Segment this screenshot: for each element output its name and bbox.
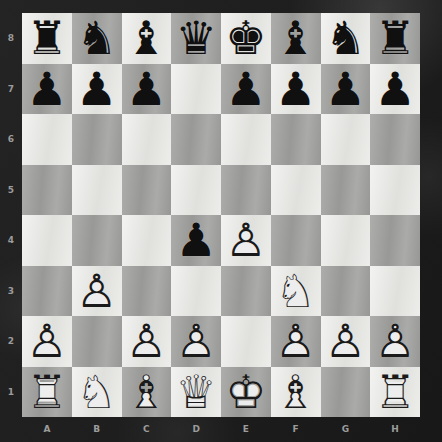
- piece-glyph-outline: ♙: [223, 217, 269, 263]
- square-g6[interactable]: [321, 114, 371, 165]
- square-d1[interactable]: ♛♕: [171, 367, 221, 418]
- piece-black-rook: ♜: [372, 15, 418, 61]
- piece-black-king: ♚: [223, 15, 269, 61]
- piece-glyph-fill: ♞: [322, 15, 368, 61]
- piece-glyph-outline: ♘: [273, 268, 319, 314]
- square-g8[interactable]: ♞: [321, 13, 371, 64]
- square-c4[interactable]: [122, 215, 172, 266]
- square-b7[interactable]: ♟: [72, 64, 122, 115]
- piece-glyph-fill: ♞: [74, 15, 120, 61]
- piece-black-pawn: ♟: [273, 66, 319, 112]
- square-d8[interactable]: ♛: [171, 13, 221, 64]
- piece-black-rook: ♜: [24, 15, 70, 61]
- square-e7[interactable]: ♟: [221, 64, 271, 115]
- file-label-c: C: [122, 417, 172, 442]
- piece-glyph-outline: ♕: [173, 369, 219, 415]
- piece-black-pawn: ♟: [173, 217, 219, 263]
- piece-glyph-outline: ♖: [372, 369, 418, 415]
- board: ♜♞♝♛♚♝♞♜♟♟♟♟♟♟♟♟♟♙♟♙♞♘♟♙♟♙♟♙♟♙♟♙♟♙♜♖♞♘♝♗…: [22, 13, 420, 417]
- file-label-g: G: [321, 417, 371, 442]
- square-a3[interactable]: [22, 266, 72, 317]
- piece-glyph-outline: ♙: [372, 318, 418, 364]
- piece-black-pawn: ♟: [24, 66, 70, 112]
- piece-black-bishop: ♝: [273, 15, 319, 61]
- square-f1[interactable]: ♝♗: [271, 367, 321, 418]
- file-label-a: A: [22, 417, 72, 442]
- square-g3[interactable]: [321, 266, 371, 317]
- piece-glyph-outline: ♙: [123, 318, 169, 364]
- square-a1[interactable]: ♜♖: [22, 367, 72, 418]
- square-e5[interactable]: [221, 165, 271, 216]
- square-h2[interactable]: ♟♙: [370, 316, 420, 367]
- piece-glyph-outline: ♗: [273, 369, 319, 415]
- square-f8[interactable]: ♝: [271, 13, 321, 64]
- piece-glyph-fill: ♟: [173, 217, 219, 263]
- square-c1[interactable]: ♝♗: [122, 367, 172, 418]
- square-f6[interactable]: [271, 114, 321, 165]
- file-label-e: E: [221, 417, 271, 442]
- piece-white-bishop: ♝♗: [273, 369, 319, 415]
- file-label-b: B: [72, 417, 122, 442]
- square-e2[interactable]: [221, 316, 271, 367]
- square-a4[interactable]: [22, 215, 72, 266]
- square-d3[interactable]: [171, 266, 221, 317]
- piece-white-knight: ♞♘: [273, 268, 319, 314]
- piece-glyph-fill: ♝: [123, 15, 169, 61]
- square-f7[interactable]: ♟: [271, 64, 321, 115]
- file-label-d: D: [171, 417, 221, 442]
- square-b4[interactable]: [72, 215, 122, 266]
- rank-label-2: 2: [0, 316, 22, 367]
- square-c5[interactable]: [122, 165, 172, 216]
- square-d2[interactable]: ♟♙: [171, 316, 221, 367]
- square-d4[interactable]: ♟: [171, 215, 221, 266]
- piece-black-knight: ♞: [74, 15, 120, 61]
- rank-label-3: 3: [0, 266, 22, 317]
- piece-black-pawn: ♟: [322, 66, 368, 112]
- piece-black-pawn: ♟: [223, 66, 269, 112]
- piece-white-bishop: ♝♗: [123, 369, 169, 415]
- rank-label-7: 7: [0, 64, 22, 115]
- square-h5[interactable]: [370, 165, 420, 216]
- piece-black-bishop: ♝: [123, 15, 169, 61]
- square-b2[interactable]: [72, 316, 122, 367]
- piece-white-pawn: ♟♙: [273, 318, 319, 364]
- square-f2[interactable]: ♟♙: [271, 316, 321, 367]
- file-label-h: H: [370, 417, 420, 442]
- piece-glyph-fill: ♜: [372, 15, 418, 61]
- square-g2[interactable]: ♟♙: [321, 316, 371, 367]
- square-g4[interactable]: [321, 215, 371, 266]
- piece-glyph-outline: ♙: [74, 268, 120, 314]
- square-d5[interactable]: [171, 165, 221, 216]
- square-c2[interactable]: ♟♙: [122, 316, 172, 367]
- square-f3[interactable]: ♞♘: [271, 266, 321, 317]
- piece-black-queen: ♛: [173, 15, 219, 61]
- piece-glyph-outline: ♙: [173, 318, 219, 364]
- piece-glyph-fill: ♟: [273, 66, 319, 112]
- piece-white-queen: ♛♕: [173, 369, 219, 415]
- chess-diagram: 87654321 ♜♞♝♛♚♝♞♜♟♟♟♟♟♟♟♟♟♙♟♙♞♘♟♙♟♙♟♙♟♙♟…: [0, 0, 442, 442]
- square-e3[interactable]: [221, 266, 271, 317]
- square-h8[interactable]: ♜: [370, 13, 420, 64]
- piece-white-king: ♚♔: [223, 369, 269, 415]
- piece-white-pawn: ♟♙: [223, 217, 269, 263]
- rank-label-6: 6: [0, 114, 22, 165]
- file-label-f: F: [271, 417, 321, 442]
- rank-label-1: 1: [0, 367, 22, 418]
- square-a2[interactable]: ♟♙: [22, 316, 72, 367]
- square-g1[interactable]: [321, 367, 371, 418]
- square-h6[interactable]: [370, 114, 420, 165]
- piece-glyph-outline: ♘: [74, 369, 120, 415]
- piece-white-pawn: ♟♙: [74, 268, 120, 314]
- square-d6[interactable]: [171, 114, 221, 165]
- square-e6[interactable]: [221, 114, 271, 165]
- rank-label-4: 4: [0, 215, 22, 266]
- piece-white-pawn: ♟♙: [24, 318, 70, 364]
- square-h7[interactable]: ♟: [370, 64, 420, 115]
- square-b6[interactable]: [72, 114, 122, 165]
- piece-white-rook: ♜♖: [24, 369, 70, 415]
- piece-white-pawn: ♟♙: [372, 318, 418, 364]
- piece-glyph-fill: ♟: [74, 66, 120, 112]
- square-g7[interactable]: ♟: [321, 64, 371, 115]
- rank-label-5: 5: [0, 165, 22, 216]
- square-f5[interactable]: [271, 165, 321, 216]
- piece-glyph-outline: ♖: [24, 369, 70, 415]
- square-b3[interactable]: ♟♙: [72, 266, 122, 317]
- piece-glyph-fill: ♟: [372, 66, 418, 112]
- square-b8[interactable]: ♞: [72, 13, 122, 64]
- piece-black-pawn: ♟: [123, 66, 169, 112]
- square-a7[interactable]: ♟: [22, 64, 72, 115]
- square-e8[interactable]: ♚: [221, 13, 271, 64]
- piece-glyph-outline: ♙: [24, 318, 70, 364]
- piece-glyph-fill: ♟: [123, 66, 169, 112]
- square-b1[interactable]: ♞♘: [72, 367, 122, 418]
- piece-white-pawn: ♟♙: [123, 318, 169, 364]
- square-h3[interactable]: [370, 266, 420, 317]
- piece-glyph-fill: ♟: [223, 66, 269, 112]
- piece-glyph-outline: ♗: [123, 369, 169, 415]
- square-b5[interactable]: [72, 165, 122, 216]
- piece-black-pawn: ♟: [372, 66, 418, 112]
- piece-glyph-fill: ♚: [223, 15, 269, 61]
- square-c8[interactable]: ♝: [122, 13, 172, 64]
- rank-label-8: 8: [0, 13, 22, 64]
- piece-white-rook: ♜♖: [372, 369, 418, 415]
- square-c3[interactable]: [122, 266, 172, 317]
- rank-labels: 87654321: [0, 13, 22, 417]
- square-h4[interactable]: [370, 215, 420, 266]
- square-d7[interactable]: [171, 64, 221, 115]
- square-a5[interactable]: [22, 165, 72, 216]
- square-c7[interactable]: ♟: [122, 64, 172, 115]
- piece-white-pawn: ♟♙: [322, 318, 368, 364]
- square-e4[interactable]: ♟♙: [221, 215, 271, 266]
- file-labels: ABCDEFGH: [22, 417, 420, 442]
- piece-glyph-fill: ♜: [24, 15, 70, 61]
- piece-glyph-fill: ♟: [322, 66, 368, 112]
- piece-glyph-outline: ♔: [223, 369, 269, 415]
- piece-white-knight: ♞♘: [74, 369, 120, 415]
- square-f4[interactable]: [271, 215, 321, 266]
- piece-glyph-fill: ♛: [173, 15, 219, 61]
- square-g5[interactable]: [321, 165, 371, 216]
- piece-glyph-fill: ♝: [273, 15, 319, 61]
- square-a6[interactable]: [22, 114, 72, 165]
- piece-glyph-outline: ♙: [322, 318, 368, 364]
- piece-glyph-fill: ♟: [24, 66, 70, 112]
- square-c6[interactable]: [122, 114, 172, 165]
- piece-black-pawn: ♟: [74, 66, 120, 112]
- square-h1[interactable]: ♜♖: [370, 367, 420, 418]
- square-e1[interactable]: ♚♔: [221, 367, 271, 418]
- piece-black-knight: ♞: [322, 15, 368, 61]
- piece-white-pawn: ♟♙: [173, 318, 219, 364]
- square-a8[interactable]: ♜: [22, 13, 72, 64]
- piece-glyph-outline: ♙: [273, 318, 319, 364]
